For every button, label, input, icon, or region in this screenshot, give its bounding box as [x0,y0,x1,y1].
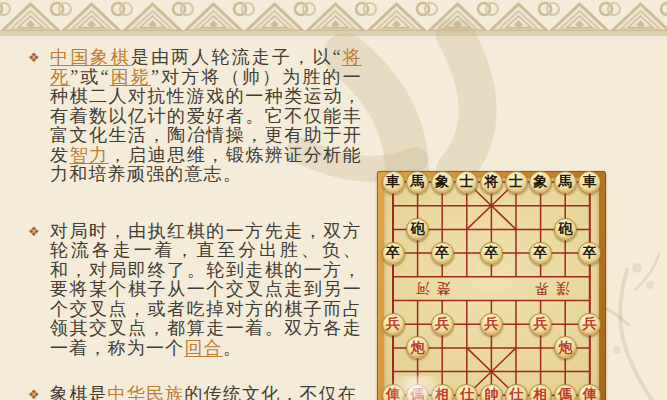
piece-black-士: 士 [505,171,528,194]
hyperlink-text[interactable]: 困毙 [110,67,151,87]
bullet-paragraph-2: ❖ 对局时，由执红棋的一方先走，双方轮流各走一着，直至分出胜、负、和，对局即终了… [28,222,364,359]
bullet-diamond-icon: ❖ [28,224,40,239]
paragraph-text: 中国象棋是由两人轮流走子，以“将死”或“困毙”对方将（帅）为胜的一种棋二人对抗性… [50,48,362,185]
piece-red-兵: 兵 [578,313,601,336]
body-text: 是由两人轮流走子，以“ [131,47,342,67]
paragraph-text: 象棋是中华民族的传统文化，不仅在 [50,385,362,400]
hyperlink-text[interactable]: 中华民族 [108,384,185,400]
body-text: 象棋是 [50,384,108,400]
piece-red-炮: 炮 [554,336,577,359]
piece-black-砲: 砲 [406,218,429,241]
piece-red-兵: 兵 [480,313,503,336]
text-column: ❖ 中国象棋是由两人轮流走子，以“将死”或“困毙”对方将（帅）为胜的一种棋二人对… [28,48,364,400]
piece-red-傌: 傌 [554,384,577,400]
piece-black-卒: 卒 [431,242,454,265]
board-surface: 楚河漢界 車馬象士将士象馬車砲砲卒卒卒卒卒兵兵兵兵兵炮炮俥傌相仕帥仕相傌俥 [384,178,599,400]
bullet-diamond-icon: ❖ [28,387,40,400]
hyperlink-text[interactable]: 中国象棋 [50,47,131,67]
piece-red-兵: 兵 [382,313,405,336]
bullet-paragraph-1: ❖ 中国象棋是由两人轮流走子，以“将死”或“困毙”对方将（帅）为胜的一种棋二人对… [28,48,364,185]
piece-red-帥: 帥 [480,384,503,400]
piece-black-卒: 卒 [480,242,503,265]
piece-black-馬: 馬 [554,171,577,194]
piece-red-兵: 兵 [431,313,454,336]
piece-black-象: 象 [431,171,454,194]
piece-black-卒: 卒 [382,242,405,265]
bullet-diamond-icon: ❖ [28,50,40,65]
hyperlink-text[interactable]: 智力 [70,145,109,165]
paragraph-text: 对局时，由执红棋的一方先走，双方轮流各走一着，直至分出胜、负、和，对局即终了。轮… [50,222,362,359]
piece-black-砲: 砲 [554,218,577,241]
piece-red-兵: 兵 [529,313,552,336]
decorative-top-border [0,0,667,36]
piece-black-車: 車 [578,171,601,194]
piece-black-卒: 卒 [529,242,552,265]
piece-black-士: 士 [455,171,478,194]
piece-black-卒: 卒 [578,242,601,265]
piece-black-車: 車 [382,171,405,194]
piece-black-象: 象 [529,171,552,194]
hyperlink-text[interactable]: 回合 [184,338,222,358]
photo-watermark [390,376,442,400]
piece-red-仕: 仕 [505,384,528,400]
body-text: 。 [223,338,242,358]
piece-black-馬: 馬 [406,171,429,194]
bullet-paragraph-3: ❖ 象棋是中华民族的传统文化，不仅在 [28,385,364,400]
slide: ❖ 中国象棋是由两人轮流走子，以“将死”或“困毙”对方将（帅）为胜的一种棋二人对… [0,0,667,400]
river-label-right: 漢界 [528,281,570,296]
river-label-left: 楚河 [409,281,451,296]
board-grid: 楚河漢界 [384,178,599,400]
body-text: 的传统文化，不仅在 [184,384,357,400]
xiangqi-board-image: 楚河漢界 車馬象士将士象馬車砲砲卒卒卒卒卒兵兵兵兵兵炮炮俥傌相仕帥仕相傌俥 [377,171,606,400]
piece-black-将: 将 [480,171,503,194]
body-text: ”或“ [70,67,110,87]
